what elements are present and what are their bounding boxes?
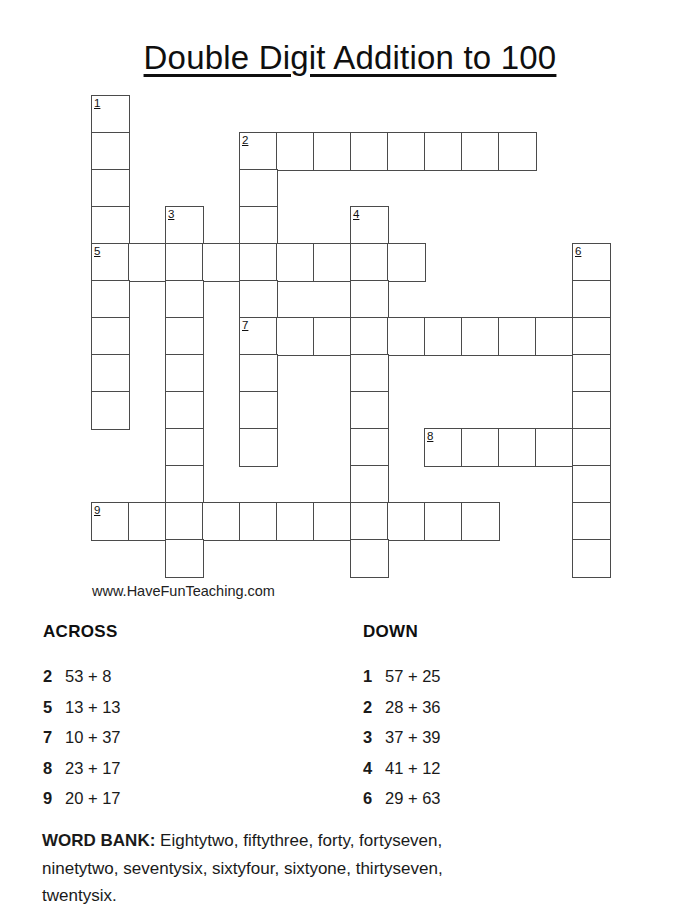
clue-down-4-text: 41 + 12 [385,759,441,777]
cell-r9c12[interactable] [535,428,574,467]
clue-across-5-number: 5 [43,692,58,723]
cell-r4c2[interactable] [165,243,204,282]
cell-r12c2[interactable] [165,539,204,578]
clue-across-8-number: 8 [43,753,58,784]
cell-r12c7[interactable] [350,539,389,578]
cell-r11c4[interactable] [239,502,278,541]
cell-r7c4[interactable] [239,354,278,393]
cell-r6c6[interactable] [313,317,352,356]
cell-r11c2[interactable] [165,502,204,541]
cell-r3c7[interactable]: 4 [350,206,389,245]
cell-r6c0[interactable] [91,317,130,356]
cell-r10c2[interactable] [165,465,204,504]
cell-r10c7[interactable] [350,465,389,504]
cell-r5c4[interactable] [239,280,278,319]
clue-across-7-text: 10 + 37 [65,728,121,746]
clue-across-9-text: 20 + 17 [65,789,121,807]
cell-r1c5[interactable] [276,132,315,171]
cell-r11c7[interactable] [350,502,389,541]
cell-r6c10[interactable] [461,317,500,356]
cell-r6c13[interactable] [572,317,611,356]
cell-r8c0[interactable] [91,391,130,430]
clue-number-1: 1 [94,96,100,110]
clue-down-2: 228 + 36 [363,692,441,723]
clue-number-7: 7 [242,318,248,332]
clue-down-2-text: 28 + 36 [385,698,441,716]
cell-r1c10[interactable] [461,132,500,171]
cell-r11c3[interactable] [202,502,241,541]
cell-r4c3[interactable] [202,243,241,282]
clue-across-5-text: 13 + 13 [65,698,121,716]
clue-down-3-text: 37 + 39 [385,728,441,746]
cell-r7c7[interactable] [350,354,389,393]
cell-r8c13[interactable] [572,391,611,430]
cell-r11c0[interactable]: 9 [91,502,130,541]
cell-r7c2[interactable] [165,354,204,393]
page-title: Double Digit Addition to 100 [0,41,700,74]
clue-number-3: 3 [168,207,174,221]
across-header: ACROSS [43,622,121,642]
cell-r8c4[interactable] [239,391,278,430]
cell-r4c13[interactable]: 6 [572,243,611,282]
clue-down-1-number: 1 [363,661,378,692]
clue-down-1-text: 57 + 25 [385,667,441,685]
clue-number-2: 2 [242,133,248,147]
cell-r9c10[interactable] [461,428,500,467]
cell-r11c10[interactable] [461,502,500,541]
cell-r1c11[interactable] [498,132,537,171]
cell-r6c12[interactable] [535,317,574,356]
clue-number-9: 9 [94,503,100,517]
cell-r11c9[interactable] [424,502,463,541]
across-clue-list: 253 + 8513 + 13710 + 37823 + 17920 + 17 [43,661,121,814]
clue-down-6-text: 29 + 63 [385,789,441,807]
clue-across-7: 710 + 37 [43,722,121,753]
clue-down-2-number: 2 [363,692,378,723]
cell-r5c0[interactable] [91,280,130,319]
cell-r4c7[interactable] [350,243,389,282]
cell-r2c4[interactable] [239,169,278,208]
clue-across-2-text: 53 + 8 [65,667,111,685]
cell-r6c9[interactable] [424,317,463,356]
cell-r11c5[interactable] [276,502,315,541]
cell-r4c6[interactable] [313,243,352,282]
cell-r6c8[interactable] [387,317,426,356]
cell-r9c2[interactable] [165,428,204,467]
clue-down-3-number: 3 [363,722,378,753]
cell-r3c0[interactable] [91,206,130,245]
cell-r8c2[interactable] [165,391,204,430]
clue-across-2: 253 + 8 [43,661,121,692]
cell-r2c0[interactable] [91,169,130,208]
cell-r7c0[interactable] [91,354,130,393]
cell-r1c4[interactable]: 2 [239,132,278,171]
cell-r11c1[interactable] [128,502,167,541]
cell-r9c13[interactable] [572,428,611,467]
clue-across-2-number: 2 [43,661,58,692]
clue-number-6: 6 [575,244,581,258]
cell-r5c13[interactable] [572,280,611,319]
clue-across-9: 920 + 17 [43,783,121,814]
clue-across-8-text: 23 + 17 [65,759,121,777]
down-clue-list: 157 + 25228 + 36337 + 39441 + 12629 + 63 [363,661,441,814]
clue-across-5: 513 + 13 [43,692,121,723]
clue-across-9-number: 9 [43,783,58,814]
cell-r11c6[interactable] [313,502,352,541]
cell-r1c8[interactable] [387,132,426,171]
clue-number-8: 8 [427,429,433,443]
cell-r6c11[interactable] [498,317,537,356]
clue-number-5: 5 [94,244,100,258]
cell-r5c7[interactable] [350,280,389,319]
clue-down-6: 629 + 63 [363,783,441,814]
clue-down-4-number: 4 [363,753,378,784]
cell-r3c2[interactable]: 3 [165,206,204,245]
cell-r1c7[interactable] [350,132,389,171]
across-clues-section: ACROSS 253 + 8513 + 13710 + 37823 + 1792… [43,622,121,814]
cell-r7c13[interactable] [572,354,611,393]
clue-down-1: 157 + 25 [363,661,441,692]
cell-r0c0[interactable]: 1 [91,95,130,134]
cell-r6c5[interactable] [276,317,315,356]
cell-r11c8[interactable] [387,502,426,541]
cell-r10c13[interactable] [572,465,611,504]
cell-r1c6[interactable] [313,132,352,171]
clue-across-8: 823 + 17 [43,753,121,784]
cell-r8c7[interactable] [350,391,389,430]
cell-r12c13[interactable] [572,539,611,578]
clue-down-3: 337 + 39 [363,722,441,753]
word-bank: WORD BANK: Eightytwo, fiftythree, forty,… [42,827,512,907]
cell-r4c0[interactable]: 5 [91,243,130,282]
cell-r5c2[interactable] [165,280,204,319]
cell-r4c5[interactable] [276,243,315,282]
cell-r6c7[interactable] [350,317,389,356]
cell-r9c4[interactable] [239,428,278,467]
cell-r9c11[interactable] [498,428,537,467]
cell-r1c9[interactable] [424,132,463,171]
cell-r9c9[interactable]: 8 [424,428,463,467]
word-bank-label: WORD BANK: [42,831,155,850]
down-header: DOWN [363,622,441,642]
cell-r6c2[interactable] [165,317,204,356]
cell-r4c8[interactable] [387,243,426,282]
cell-r4c4[interactable] [239,243,278,282]
website-credit: www.HaveFunTeaching.com [92,583,275,599]
clue-number-4: 4 [353,207,359,221]
cell-r1c0[interactable] [91,132,130,171]
cell-r3c4[interactable] [239,206,278,245]
crossword-grid: 123456789 [91,95,610,577]
down-clues-section: DOWN 157 + 25228 + 36337 + 39441 + 12629… [363,622,441,814]
cell-r11c13[interactable] [572,502,611,541]
clue-down-4: 441 + 12 [363,753,441,784]
cell-r4c1[interactable] [128,243,167,282]
cell-r9c7[interactable] [350,428,389,467]
cell-r6c4[interactable]: 7 [239,317,278,356]
clue-across-7-number: 7 [43,722,58,753]
clue-down-6-number: 6 [363,783,378,814]
